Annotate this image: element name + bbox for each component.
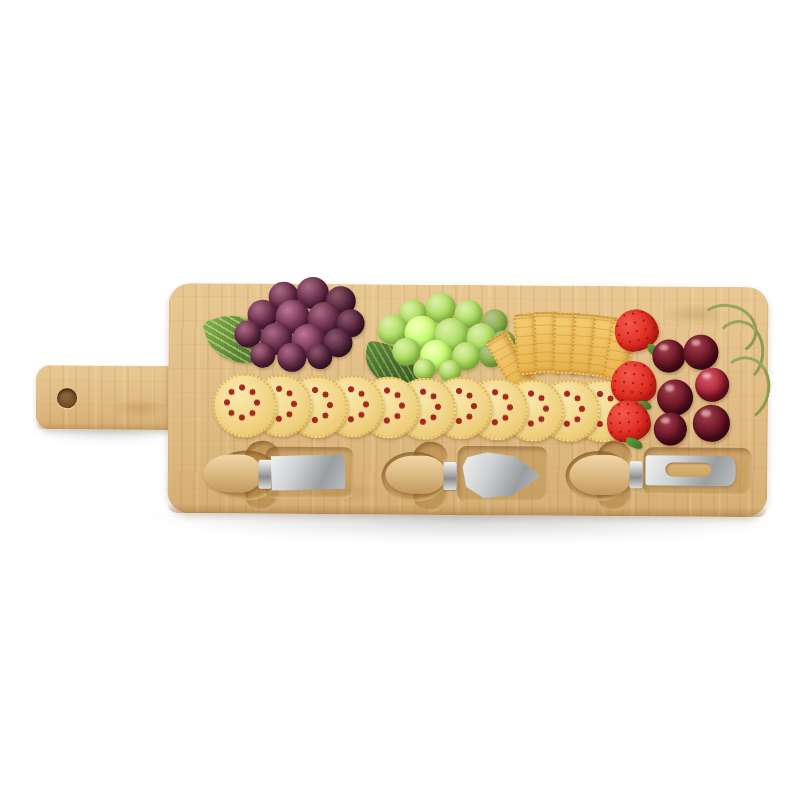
product-photo-scene: Bamboo paddle charcuterie board with pur…: [0, 0, 800, 800]
cherry: [693, 405, 730, 442]
cherry: [695, 368, 729, 402]
round-jam-cracker: [213, 373, 277, 437]
cherry: [657, 379, 693, 415]
cherry: [683, 335, 718, 370]
purple-grape-bunch: [3, 0, 800, 4]
charcuterie-board-group: [0, 0, 800, 800]
purple-grape: [307, 344, 332, 369]
cherries: [3, 0, 800, 4]
cheese-spade-ferrule: [443, 462, 456, 490]
green-grape-bunch: [3, 0, 800, 4]
strawberries: [3, 0, 800, 4]
cheese-slicer-blade: [270, 454, 345, 492]
purple-grape: [277, 343, 306, 372]
hanging-hole: [57, 388, 77, 408]
round-jam-crackers-row: [3, 0, 800, 4]
cheese-fork-ferrule: [629, 461, 642, 488]
cheese-fork-handle: [569, 455, 631, 495]
cherry: [654, 412, 687, 445]
wood-knot: [110, 398, 170, 418]
cheese-fork-slot: [665, 462, 711, 476]
square-crackers-stack: [3, 0, 800, 4]
cherry: [652, 339, 685, 372]
purple-grape: [250, 343, 275, 368]
cheese-slicer-handle: [203, 454, 261, 492]
cheese-spade-handle: [385, 456, 445, 494]
cheese-slicer-ferrule: [258, 460, 271, 489]
